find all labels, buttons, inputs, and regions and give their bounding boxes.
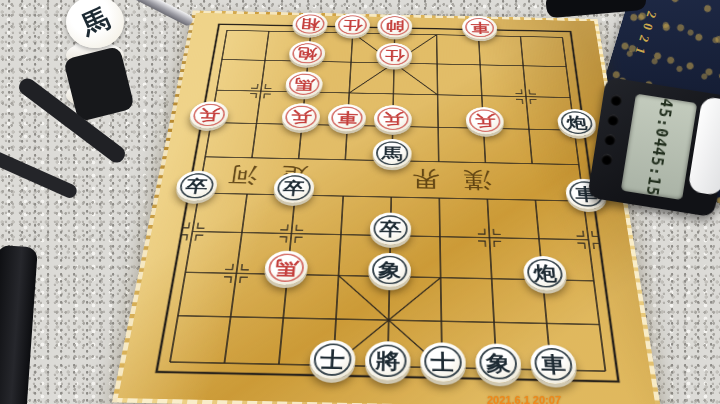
piece-black-f5r10[interactable]: 將 — [364, 341, 410, 381]
piece-glyph: 士 — [431, 351, 456, 373]
piece-glyph: 帥 — [385, 19, 404, 32]
piece-glyph: 卒 — [379, 220, 402, 238]
piece-glyph: 兵 — [474, 113, 495, 128]
piece-glyph: 卒 — [184, 177, 209, 194]
piece-glyph: 士 — [320, 349, 346, 371]
piece-glyph: 仕 — [343, 18, 363, 31]
piece-red-f5r1[interactable]: 帥 — [377, 14, 412, 38]
piece-glyph: 炮 — [533, 264, 558, 283]
clock-button[interactable] — [607, 114, 620, 127]
piece-red-f5r4[interactable]: 兵 — [374, 105, 412, 133]
piece-glyph: 象 — [378, 260, 401, 279]
board-plane: 楚 河漢 界 相仕帥車炮仕馬兵兵車兵兵馬炮馬卒卒車卒象炮士將士象車 — [112, 10, 662, 404]
clock-button[interactable] — [610, 94, 623, 107]
piece-glyph: 卒 — [282, 179, 305, 196]
clock-time-bottom: 45:15 — [642, 145, 668, 197]
piece-glyph: 仕 — [384, 48, 404, 62]
piece-glyph: 兵 — [290, 109, 312, 124]
piece-black-f5r8[interactable]: 象 — [368, 252, 411, 287]
photo-timestamp: 2021.6.1 20:07 — [487, 394, 561, 404]
svg-text:漢 界: 漢 界 — [404, 166, 492, 193]
piece-glyph: 象 — [485, 352, 511, 374]
piece-black-f5r5[interactable]: 馬 — [372, 139, 411, 168]
chess-clock: 45:04 45:15 — [587, 77, 720, 218]
piece-glyph: 馬 — [293, 77, 314, 91]
piece-glyph: 相 — [300, 18, 320, 31]
piece-glyph: 車 — [540, 353, 567, 375]
piece-glyph: 馬 — [381, 145, 402, 161]
piece-glyph: 炮 — [297, 46, 318, 60]
clock-button[interactable] — [601, 153, 614, 166]
clock-time-top: 45:04 — [650, 96, 676, 148]
piece-glyph: 車 — [336, 110, 357, 125]
clock-button[interactable] — [604, 133, 617, 146]
piece-glyph: 馬 — [274, 258, 299, 277]
piece-glyph: 車 — [470, 21, 490, 34]
captured-horse-glyph: 馬 — [75, 0, 114, 44]
piece-glyph: 兵 — [382, 111, 403, 126]
piece-glyph: 炮 — [565, 115, 587, 130]
captured-piece-top[interactable]: 馬 — [66, 0, 124, 48]
piece-glyph: 兵 — [198, 107, 221, 122]
piece-glyph: 將 — [375, 350, 400, 372]
piece-black-f5r7[interactable]: 卒 — [369, 212, 411, 245]
piece-red-f5r2[interactable]: 仕 — [376, 43, 412, 68]
